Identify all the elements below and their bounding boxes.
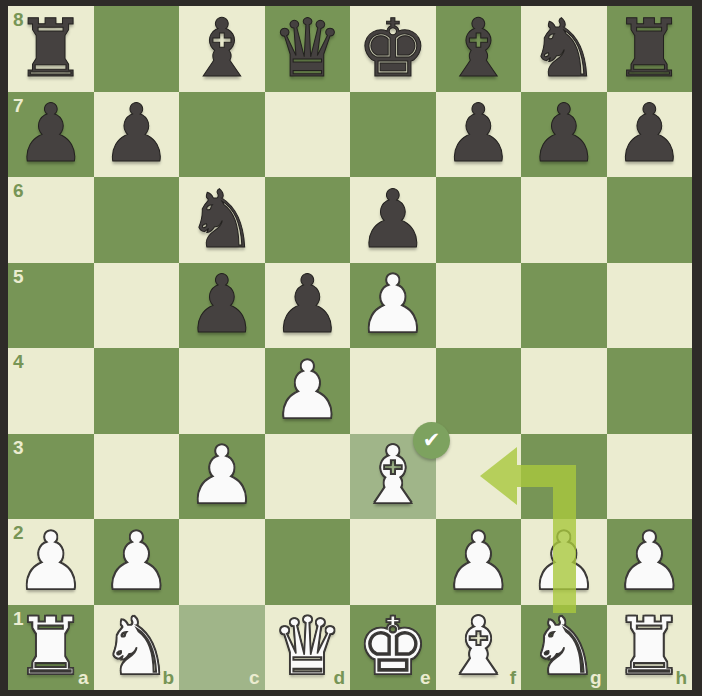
square-g7[interactable]: ♟ xyxy=(521,92,607,178)
piece-white-pawn[interactable]: ♟ xyxy=(179,434,265,520)
piece-white-pawn[interactable]: ♟ xyxy=(436,519,522,605)
square-h3[interactable] xyxy=(607,434,693,520)
piece-black-pawn[interactable]: ♟ xyxy=(436,92,522,178)
rank-label-3: 3 xyxy=(13,438,24,457)
square-g1[interactable]: g♞ xyxy=(521,605,607,691)
square-e1[interactable]: e♚ xyxy=(350,605,436,691)
piece-white-rook[interactable]: ♜ xyxy=(8,605,94,691)
square-b6[interactable] xyxy=(94,177,180,263)
square-a4[interactable]: 4 xyxy=(8,348,94,434)
square-h4[interactable] xyxy=(607,348,693,434)
square-d3[interactable] xyxy=(265,434,351,520)
piece-black-rook[interactable]: ♜ xyxy=(8,6,94,92)
square-e6[interactable]: ♟ xyxy=(350,177,436,263)
square-d4[interactable]: ♟ xyxy=(265,348,351,434)
square-f5[interactable] xyxy=(436,263,522,349)
square-e5[interactable]: ♟ xyxy=(350,263,436,349)
piece-white-pawn[interactable]: ♟ xyxy=(94,519,180,605)
best-move-badge: ✔ xyxy=(413,422,450,459)
square-c1[interactable]: c xyxy=(179,605,265,691)
square-a7[interactable]: 7♟ xyxy=(8,92,94,178)
rank-label-5: 5 xyxy=(13,267,24,286)
square-e4[interactable] xyxy=(350,348,436,434)
piece-black-bishop[interactable]: ♝ xyxy=(179,6,265,92)
square-f8[interactable]: ♝ xyxy=(436,6,522,92)
square-h6[interactable] xyxy=(607,177,693,263)
chess-board: 8♜♝♛♚♝♞♜7♟♟♟♟♟6♞♟5♟♟♟4♟3♟♝2♟♟♟♟♟1a♜b♞cd♛… xyxy=(8,6,692,690)
square-g4[interactable] xyxy=(521,348,607,434)
square-f7[interactable]: ♟ xyxy=(436,92,522,178)
piece-black-knight[interactable]: ♞ xyxy=(521,6,607,92)
square-e7[interactable] xyxy=(350,92,436,178)
square-a2[interactable]: 2♟ xyxy=(8,519,94,605)
square-c5[interactable]: ♟ xyxy=(179,263,265,349)
square-h7[interactable]: ♟ xyxy=(607,92,693,178)
square-c6[interactable]: ♞ xyxy=(179,177,265,263)
square-b5[interactable] xyxy=(94,263,180,349)
square-h1[interactable]: h♜ xyxy=(607,605,693,691)
piece-black-rook[interactable]: ♜ xyxy=(607,6,693,92)
piece-white-pawn[interactable]: ♟ xyxy=(607,519,693,605)
piece-black-queen[interactable]: ♛ xyxy=(265,6,351,92)
piece-black-pawn[interactable]: ♟ xyxy=(350,177,436,263)
piece-white-king[interactable]: ♚ xyxy=(350,605,436,691)
check-icon: ✔ xyxy=(423,430,441,451)
square-g6[interactable] xyxy=(521,177,607,263)
square-g2[interactable]: ♟ xyxy=(521,519,607,605)
piece-white-knight[interactable]: ♞ xyxy=(521,605,607,691)
square-f4[interactable] xyxy=(436,348,522,434)
piece-black-knight[interactable]: ♞ xyxy=(179,177,265,263)
square-d7[interactable] xyxy=(265,92,351,178)
square-e8[interactable]: ♚ xyxy=(350,6,436,92)
piece-white-pawn[interactable]: ♟ xyxy=(8,519,94,605)
square-a1[interactable]: 1a♜ xyxy=(8,605,94,691)
square-g8[interactable]: ♞ xyxy=(521,6,607,92)
piece-black-king[interactable]: ♚ xyxy=(350,6,436,92)
piece-white-queen[interactable]: ♛ xyxy=(265,605,351,691)
square-b8[interactable] xyxy=(94,6,180,92)
piece-black-bishop[interactable]: ♝ xyxy=(436,6,522,92)
rank-label-6: 6 xyxy=(13,181,24,200)
square-f6[interactable] xyxy=(436,177,522,263)
rank-label-4: 4 xyxy=(13,352,24,371)
square-a6[interactable]: 6 xyxy=(8,177,94,263)
piece-black-pawn[interactable]: ♟ xyxy=(8,92,94,178)
square-d2[interactable] xyxy=(265,519,351,605)
piece-black-pawn[interactable]: ♟ xyxy=(607,92,693,178)
file-label-c: c xyxy=(249,668,260,687)
square-d8[interactable]: ♛ xyxy=(265,6,351,92)
piece-black-pawn[interactable]: ♟ xyxy=(521,92,607,178)
square-b7[interactable]: ♟ xyxy=(94,92,180,178)
piece-white-bishop[interactable]: ♝ xyxy=(436,605,522,691)
square-c8[interactable]: ♝ xyxy=(179,6,265,92)
square-h8[interactable]: ♜ xyxy=(607,6,693,92)
square-c7[interactable] xyxy=(179,92,265,178)
piece-black-pawn[interactable]: ♟ xyxy=(94,92,180,178)
square-h2[interactable]: ♟ xyxy=(607,519,693,605)
square-b1[interactable]: b♞ xyxy=(94,605,180,691)
square-b2[interactable]: ♟ xyxy=(94,519,180,605)
square-d1[interactable]: d♛ xyxy=(265,605,351,691)
square-d6[interactable] xyxy=(265,177,351,263)
square-b4[interactable] xyxy=(94,348,180,434)
square-a5[interactable]: 5 xyxy=(8,263,94,349)
piece-white-rook[interactable]: ♜ xyxy=(607,605,693,691)
square-f1[interactable]: f♝ xyxy=(436,605,522,691)
square-a3[interactable]: 3 xyxy=(8,434,94,520)
piece-black-pawn[interactable]: ♟ xyxy=(179,263,265,349)
square-g3[interactable] xyxy=(521,434,607,520)
piece-white-pawn[interactable]: ♟ xyxy=(521,519,607,605)
square-e2[interactable] xyxy=(350,519,436,605)
square-c2[interactable] xyxy=(179,519,265,605)
square-h5[interactable] xyxy=(607,263,693,349)
square-c3[interactable]: ♟ xyxy=(179,434,265,520)
piece-black-pawn[interactable]: ♟ xyxy=(265,263,351,349)
piece-white-knight[interactable]: ♞ xyxy=(94,605,180,691)
piece-white-pawn[interactable]: ♟ xyxy=(350,263,436,349)
square-a8[interactable]: 8♜ xyxy=(8,6,94,92)
board-grid: 8♜♝♛♚♝♞♜7♟♟♟♟♟6♞♟5♟♟♟4♟3♟♝2♟♟♟♟♟1a♜b♞cd♛… xyxy=(8,6,692,690)
square-d5[interactable]: ♟ xyxy=(265,263,351,349)
square-b3[interactable] xyxy=(94,434,180,520)
square-c4[interactable] xyxy=(179,348,265,434)
piece-white-pawn[interactable]: ♟ xyxy=(265,348,351,434)
square-g5[interactable] xyxy=(521,263,607,349)
square-f2[interactable]: ♟ xyxy=(436,519,522,605)
